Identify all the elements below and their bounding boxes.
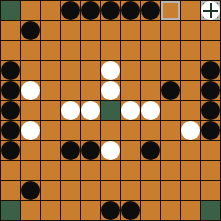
cell-r3c4[interactable]: [81, 61, 100, 80]
attacker-piece[interactable]: [101, 201, 120, 220]
cell-r1c10[interactable]: [201, 21, 220, 40]
attacker-piece[interactable]: [81, 1, 100, 20]
cell-r4c7[interactable]: [141, 81, 160, 100]
attacker-piece[interactable]: [1, 61, 20, 80]
cell-r1c3[interactable]: [61, 21, 80, 40]
cell-r10c1[interactable]: [21, 201, 40, 220]
cell-r9c4[interactable]: [81, 181, 100, 200]
cell-r3c6[interactable]: [121, 61, 140, 80]
defender-piece[interactable]: [21, 81, 40, 100]
cell-r6c9[interactable]: [181, 121, 200, 140]
cell-r8c3[interactable]: [61, 161, 80, 180]
tafl-board: [0, 0, 221, 221]
cell-r10c9[interactable]: [181, 201, 200, 220]
cell-r4c10[interactable]: [201, 81, 220, 100]
attacker-piece[interactable]: [201, 101, 220, 120]
cell-r0c6[interactable]: [121, 1, 140, 20]
cell-r10c3[interactable]: [61, 201, 80, 220]
cell-r3c2[interactable]: [41, 61, 60, 80]
cell-r6c10[interactable]: [201, 121, 220, 140]
cell-r1c9[interactable]: [181, 21, 200, 40]
cell-r5c2[interactable]: [41, 101, 60, 120]
cell-r1c7[interactable]: [141, 21, 160, 40]
cell-r9c8[interactable]: [161, 181, 180, 200]
cell-r9c5[interactable]: [101, 181, 120, 200]
cell-r7c9[interactable]: [181, 141, 200, 160]
attacker-piece[interactable]: [141, 1, 160, 20]
defender-piece[interactable]: [101, 81, 120, 100]
cell-r8c2[interactable]: [41, 161, 60, 180]
cell-r5c8[interactable]: [161, 101, 180, 120]
cell-r8c1[interactable]: [21, 161, 40, 180]
cell-r0c9[interactable]: [181, 1, 200, 20]
cell-r2c9[interactable]: [181, 41, 200, 60]
attacker-piece[interactable]: [201, 61, 220, 80]
cell-r6c0[interactable]: [1, 121, 20, 140]
cell-r4c5[interactable]: [101, 81, 120, 100]
attacker-piece[interactable]: [161, 81, 180, 100]
attacker-piece[interactable]: [21, 21, 40, 40]
cell-r2c0[interactable]: [1, 41, 20, 60]
cell-r0c8[interactable]: [161, 1, 180, 20]
cell-r1c8[interactable]: [161, 21, 180, 40]
cell-r0c2[interactable]: [41, 1, 60, 20]
cell-r2c7[interactable]: [141, 41, 160, 60]
cell-r7c4[interactable]: [81, 141, 100, 160]
king-piece[interactable]: [201, 1, 220, 20]
cell-r3c7[interactable]: [141, 61, 160, 80]
defender-piece[interactable]: [121, 101, 140, 120]
cell-r1c0[interactable]: [1, 21, 20, 40]
cell-r7c7[interactable]: [141, 141, 160, 160]
attacker-piece[interactable]: [201, 81, 220, 100]
cell-r5c1[interactable]: [21, 101, 40, 120]
attacker-piece[interactable]: [121, 201, 140, 220]
cell-r3c1[interactable]: [21, 61, 40, 80]
cell-r0c1[interactable]: [21, 1, 40, 20]
cell-r3c9[interactable]: [181, 61, 200, 80]
cell-r2c2[interactable]: [41, 41, 60, 60]
cell-r9c1[interactable]: [21, 181, 40, 200]
cell-r5c3[interactable]: [61, 101, 80, 120]
attacker-piece[interactable]: [141, 141, 160, 160]
cell-r7c3[interactable]: [61, 141, 80, 160]
attacker-piece[interactable]: [101, 1, 120, 20]
cell-r8c7[interactable]: [141, 161, 160, 180]
cell-r4c6[interactable]: [121, 81, 140, 100]
cell-r5c10[interactable]: [201, 101, 220, 120]
cell-r4c3[interactable]: [61, 81, 80, 100]
cell-r10c4[interactable]: [81, 201, 100, 220]
cell-r9c10[interactable]: [201, 181, 220, 200]
cell-r10c8[interactable]: [161, 201, 180, 220]
cell-r6c5[interactable]: [101, 121, 120, 140]
cell-r1c2[interactable]: [41, 21, 60, 40]
cell-r6c8[interactable]: [161, 121, 180, 140]
cell-r6c7[interactable]: [141, 121, 160, 140]
cell-r0c10[interactable]: [201, 1, 220, 20]
cell-r2c1[interactable]: [21, 41, 40, 60]
cell-r4c8[interactable]: [161, 81, 180, 100]
cell-r8c8[interactable]: [161, 161, 180, 180]
cell-r1c4[interactable]: [81, 21, 100, 40]
cell-r2c4[interactable]: [81, 41, 100, 60]
king-cross-icon: [201, 1, 220, 20]
cell-r6c3[interactable]: [61, 121, 80, 140]
attacker-piece[interactable]: [81, 141, 100, 160]
cell-r7c6[interactable]: [121, 141, 140, 160]
defender-piece[interactable]: [81, 101, 100, 120]
cell-r8c9[interactable]: [181, 161, 200, 180]
cell-r2c10[interactable]: [201, 41, 220, 60]
cell-r5c6[interactable]: [121, 101, 140, 120]
cell-r4c9[interactable]: [181, 81, 200, 100]
cell-r4c1[interactable]: [21, 81, 40, 100]
cell-r4c4[interactable]: [81, 81, 100, 100]
attacker-piece[interactable]: [21, 181, 40, 200]
cell-r10c10[interactable]: [201, 201, 220, 220]
cell-r9c7[interactable]: [141, 181, 160, 200]
cell-r9c6[interactable]: [121, 181, 140, 200]
cell-r5c0[interactable]: [1, 101, 20, 120]
cell-r3c5[interactable]: [101, 61, 120, 80]
cell-r6c6[interactable]: [121, 121, 140, 140]
defender-piece[interactable]: [141, 101, 160, 120]
defender-piece[interactable]: [101, 141, 120, 160]
cell-r2c8[interactable]: [161, 41, 180, 60]
cell-r7c8[interactable]: [161, 141, 180, 160]
cell-r3c10[interactable]: [201, 61, 220, 80]
cell-r5c7[interactable]: [141, 101, 160, 120]
cell-r9c2[interactable]: [41, 181, 60, 200]
cell-r5c9[interactable]: [181, 101, 200, 120]
cell-r10c6[interactable]: [121, 201, 140, 220]
cell-r1c1[interactable]: [21, 21, 40, 40]
cell-r2c6[interactable]: [121, 41, 140, 60]
cell-r6c4[interactable]: [81, 121, 100, 140]
cell-r8c0[interactable]: [1, 161, 20, 180]
attacker-piece[interactable]: [61, 1, 80, 20]
cell-r8c6[interactable]: [121, 161, 140, 180]
cell-r9c3[interactable]: [61, 181, 80, 200]
cell-r0c3[interactable]: [61, 1, 80, 20]
cell-r7c5[interactable]: [101, 141, 120, 160]
cell-r8c5[interactable]: [101, 161, 120, 180]
cell-r3c3[interactable]: [61, 61, 80, 80]
cell-r7c1[interactable]: [21, 141, 40, 160]
cell-r0c7[interactable]: [141, 1, 160, 20]
cell-r10c2[interactable]: [41, 201, 60, 220]
cell-r7c10[interactable]: [201, 141, 220, 160]
cell-r8c4[interactable]: [81, 161, 100, 180]
cell-r1c6[interactable]: [121, 21, 140, 40]
cell-r6c1[interactable]: [21, 121, 40, 140]
cell-r0c5[interactable]: [101, 1, 120, 20]
attacker-piece[interactable]: [61, 141, 80, 160]
cell-r0c0[interactable]: [1, 1, 20, 20]
defender-piece[interactable]: [61, 101, 80, 120]
cell-r2c5[interactable]: [101, 41, 120, 60]
cell-r10c5[interactable]: [101, 201, 120, 220]
defender-piece[interactable]: [181, 121, 200, 140]
cell-r7c0[interactable]: [1, 141, 20, 160]
cell-r3c8[interactable]: [161, 61, 180, 80]
cell-r1c5[interactable]: [101, 21, 120, 40]
cell-r0c4[interactable]: [81, 1, 100, 20]
attacker-piece[interactable]: [201, 121, 220, 140]
cell-r5c5[interactable]: [101, 101, 120, 120]
cell-r10c7[interactable]: [141, 201, 160, 220]
cell-r8c10[interactable]: [201, 161, 220, 180]
defender-piece[interactable]: [21, 121, 40, 140]
cell-r3c0[interactable]: [1, 61, 20, 80]
cell-r6c2[interactable]: [41, 121, 60, 140]
cell-r2c3[interactable]: [61, 41, 80, 60]
attacker-piece[interactable]: [1, 101, 20, 120]
cell-r9c0[interactable]: [1, 181, 20, 200]
attacker-piece[interactable]: [1, 141, 20, 160]
attacker-piece[interactable]: [1, 121, 20, 140]
cell-r5c4[interactable]: [81, 101, 100, 120]
attacker-piece[interactable]: [1, 81, 20, 100]
cell-r7c2[interactable]: [41, 141, 60, 160]
cell-r9c9[interactable]: [181, 181, 200, 200]
cell-r4c2[interactable]: [41, 81, 60, 100]
cell-r10c0[interactable]: [1, 201, 20, 220]
cell-r4c0[interactable]: [1, 81, 20, 100]
attacker-piece[interactable]: [121, 1, 140, 20]
defender-piece[interactable]: [101, 61, 120, 80]
